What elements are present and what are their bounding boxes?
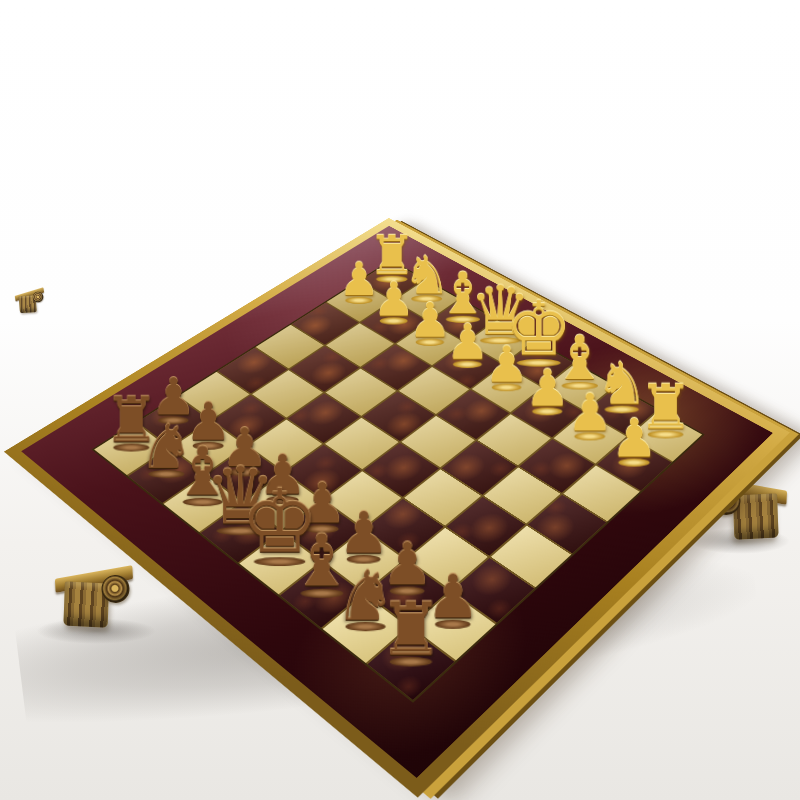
- bronze-rook-h8: ♜: [378, 596, 444, 663]
- gold-pawn-d2: ♟: [446, 320, 490, 365]
- gold-pawn-e2: ♟: [485, 343, 530, 389]
- gold-pawn-g2: ♟: [567, 390, 613, 438]
- chess-board: ♜♟♟♜♞♟♟♞♝♟♟♝♛♟♟♛♚♟♟♚♝♟♟♝♞♟♟♞♜♟♟♜: [4, 218, 790, 798]
- gold-pawn-f2: ♟: [525, 366, 570, 413]
- product-photo-chess-set: ♜♟♟♜♞♟♟♞♝♟♟♝♛♟♟♛♚♟♟♚♝♟♟♝♞♟♟♞♜♟♟♜: [0, 0, 800, 800]
- board-grid: ♜♟♟♜♞♟♟♞♝♟♟♝♛♟♟♛♚♟♟♚♝♟♟♝♞♟♟♞♜♟♟♜: [94, 261, 702, 700]
- perspective-scene: ♜♟♟♜♞♟♟♞♝♟♟♝♛♟♟♛♚♟♟♚♝♟♟♝♞♟♟♞♜♟♟♜: [0, 0, 800, 800]
- gold-pawn-h2: ♟: [611, 415, 658, 464]
